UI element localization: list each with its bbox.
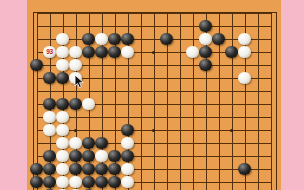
star-point xyxy=(152,129,155,132)
black-stone[interactable] xyxy=(82,150,95,163)
black-stone[interactable] xyxy=(30,163,43,176)
white-stone[interactable] xyxy=(95,33,108,46)
black-stone[interactable] xyxy=(212,33,225,46)
black-stone[interactable] xyxy=(82,176,95,189)
white-stone[interactable] xyxy=(56,46,69,59)
white-stone[interactable] xyxy=(186,46,199,59)
white-stone[interactable] xyxy=(43,124,56,137)
black-stone[interactable] xyxy=(95,46,108,59)
black-stone[interactable] xyxy=(43,98,56,111)
black-stone[interactable] xyxy=(82,137,95,150)
black-stone[interactable] xyxy=(108,163,121,176)
black-stone[interactable] xyxy=(69,163,82,176)
black-stone[interactable] xyxy=(95,176,108,189)
black-stone[interactable] xyxy=(199,59,212,72)
mouse-cursor-icon xyxy=(74,75,86,89)
grid-hline xyxy=(37,39,272,40)
white-stone[interactable] xyxy=(43,111,56,124)
grid-hline xyxy=(37,13,272,14)
black-stone[interactable] xyxy=(199,46,212,59)
black-stone[interactable] xyxy=(56,98,69,111)
black-stone[interactable] xyxy=(56,72,69,85)
black-stone[interactable] xyxy=(30,176,43,189)
black-stone[interactable] xyxy=(121,150,134,163)
white-stone[interactable] xyxy=(56,59,69,72)
black-stone[interactable] xyxy=(82,33,95,46)
black-stone[interactable] xyxy=(69,98,82,111)
white-stone[interactable] xyxy=(82,98,95,111)
white-stone[interactable] xyxy=(69,59,82,72)
white-stone[interactable] xyxy=(121,46,134,59)
white-stone[interactable] xyxy=(121,137,134,150)
star-point xyxy=(152,51,155,54)
go-board[interactable]: 93 xyxy=(27,0,281,190)
black-stone[interactable] xyxy=(225,46,238,59)
white-stone[interactable] xyxy=(56,163,69,176)
black-stone[interactable] xyxy=(238,163,251,176)
black-stone[interactable] xyxy=(43,150,56,163)
black-stone[interactable] xyxy=(160,33,173,46)
black-stone[interactable] xyxy=(43,176,56,189)
right-pink-panel xyxy=(281,0,304,190)
black-stone[interactable] xyxy=(108,33,121,46)
white-stone[interactable] xyxy=(56,124,69,137)
white-stone[interactable] xyxy=(69,137,82,150)
white-stone[interactable] xyxy=(95,150,108,163)
star-point xyxy=(230,129,233,132)
white-stone[interactable] xyxy=(121,163,134,176)
white-stone[interactable] xyxy=(238,46,251,59)
black-stone[interactable] xyxy=(121,33,134,46)
white-stone[interactable] xyxy=(56,33,69,46)
white-stone[interactable]: 93 xyxy=(43,46,56,59)
white-stone[interactable] xyxy=(56,176,69,189)
white-stone[interactable] xyxy=(69,176,82,189)
left-pink-panel xyxy=(0,0,27,190)
white-stone[interactable] xyxy=(69,46,82,59)
grid-hline xyxy=(37,91,272,92)
black-stone[interactable] xyxy=(30,59,43,72)
black-stone[interactable] xyxy=(43,72,56,85)
black-stone[interactable] xyxy=(95,163,108,176)
black-stone[interactable] xyxy=(108,176,121,189)
black-stone[interactable] xyxy=(69,150,82,163)
grid-hline xyxy=(37,26,272,27)
black-stone[interactable] xyxy=(108,150,121,163)
star-point xyxy=(74,129,77,132)
white-stone[interactable] xyxy=(199,33,212,46)
black-stone[interactable] xyxy=(121,124,134,137)
white-stone[interactable] xyxy=(56,150,69,163)
go-app-screen: 93 xyxy=(0,0,304,190)
white-stone[interactable] xyxy=(238,33,251,46)
white-stone[interactable] xyxy=(238,72,251,85)
white-stone[interactable] xyxy=(121,176,134,189)
white-stone[interactable] xyxy=(56,111,69,124)
black-stone[interactable] xyxy=(95,137,108,150)
move-number-label: 93 xyxy=(46,49,52,56)
black-stone[interactable] xyxy=(199,20,212,33)
black-stone[interactable] xyxy=(82,46,95,59)
black-stone[interactable] xyxy=(82,163,95,176)
black-stone[interactable] xyxy=(43,163,56,176)
black-stone[interactable] xyxy=(108,46,121,59)
white-stone[interactable] xyxy=(56,137,69,150)
grid-hline xyxy=(37,117,272,118)
